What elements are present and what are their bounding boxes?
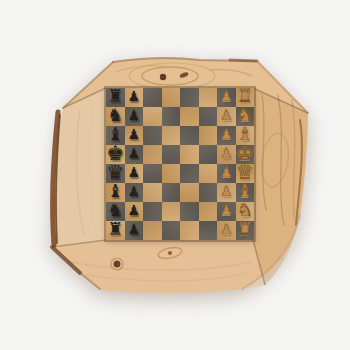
piece-wN[interactable]: ♞ <box>236 105 255 124</box>
piece-bN[interactable]: ♞ <box>106 105 125 124</box>
board-square[interactable]: ♜ <box>236 221 255 240</box>
board-square[interactable] <box>180 145 199 164</box>
board-square[interactable] <box>143 164 162 183</box>
board-square[interactable] <box>143 107 162 126</box>
piece-wP[interactable]: ♟ <box>217 143 236 162</box>
piece-wP[interactable]: ♟ <box>217 200 236 219</box>
board-square[interactable] <box>162 107 181 126</box>
board-square[interactable] <box>162 145 181 164</box>
piece-bP[interactable]: ♟ <box>125 219 144 238</box>
piece-wP[interactable]: ♟ <box>217 105 236 124</box>
piece-bQ[interactable]: ♛ <box>106 162 125 181</box>
board-square[interactable] <box>162 88 181 107</box>
piece-wP[interactable]: ♟ <box>217 219 236 238</box>
board-square[interactable] <box>143 183 162 202</box>
piece-bP[interactable]: ♟ <box>125 124 144 143</box>
piece-wN[interactable]: ♞ <box>236 200 255 219</box>
piece-bR[interactable]: ♜ <box>106 86 125 105</box>
board-square[interactable] <box>162 183 181 202</box>
knot <box>160 74 166 80</box>
board-square[interactable] <box>180 107 199 126</box>
board-square[interactable] <box>199 145 218 164</box>
piece-bP[interactable]: ♟ <box>125 143 144 162</box>
piece-wP[interactable]: ♟ <box>217 181 236 200</box>
piece-bB[interactable]: ♝ <box>106 181 125 200</box>
board-square[interactable] <box>162 221 181 240</box>
board-square[interactable] <box>199 126 218 145</box>
board-square[interactable]: ♜ <box>106 221 125 240</box>
board-square[interactable] <box>143 221 162 240</box>
piece-bP[interactable]: ♟ <box>125 181 144 200</box>
chess-set-photo: ♜♟♟♜♞♟♟♞♝♟♟♝♚♟♟♚♛♟♟♛♝♟♟♝♞♟♟♞♜♟♟♜ <box>0 0 350 350</box>
board-square[interactable] <box>180 221 199 240</box>
piece-wR[interactable]: ♜ <box>236 219 255 238</box>
piece-bP[interactable]: ♟ <box>125 162 144 181</box>
chess-board: ♜♟♟♜♞♟♟♞♝♟♟♝♚♟♟♚♛♟♟♛♝♟♟♝♞♟♟♞♜♟♟♜ <box>106 88 254 240</box>
frame-bottom <box>52 240 265 293</box>
board-square[interactable]: ♟ <box>125 221 144 240</box>
board-square[interactable] <box>162 164 181 183</box>
board-square[interactable] <box>143 126 162 145</box>
piece-wR[interactable]: ♜ <box>236 86 255 105</box>
piece-bP[interactable]: ♟ <box>125 105 144 124</box>
board-square[interactable] <box>199 164 218 183</box>
board-square[interactable] <box>180 183 199 202</box>
piece-wP[interactable]: ♟ <box>217 124 236 143</box>
board-square[interactable] <box>180 202 199 221</box>
board-square[interactable] <box>180 88 199 107</box>
board-square[interactable] <box>180 164 199 183</box>
board-square[interactable] <box>199 202 218 221</box>
piece-wP[interactable]: ♟ <box>217 86 236 105</box>
piece-bR[interactable]: ♜ <box>106 219 125 238</box>
board-square[interactable]: ♟ <box>217 221 236 240</box>
board-square[interactable] <box>162 202 181 221</box>
board-square[interactable] <box>199 221 218 240</box>
piece-wQ[interactable]: ♛ <box>236 162 255 181</box>
piece-bP[interactable]: ♟ <box>125 200 144 219</box>
piece-bP[interactable]: ♟ <box>125 86 144 105</box>
board-square[interactable] <box>180 126 199 145</box>
piece-bN[interactable]: ♞ <box>106 200 125 219</box>
board-square[interactable] <box>199 107 218 126</box>
board-square[interactable] <box>199 183 218 202</box>
knot <box>114 261 121 268</box>
board-square[interactable] <box>143 145 162 164</box>
board-square[interactable] <box>199 88 218 107</box>
piece-wP[interactable]: ♟ <box>217 162 236 181</box>
board-square[interactable] <box>162 126 181 145</box>
board-square[interactable] <box>143 202 162 221</box>
board-square[interactable] <box>143 88 162 107</box>
piece-wB[interactable]: ♝ <box>236 181 255 200</box>
